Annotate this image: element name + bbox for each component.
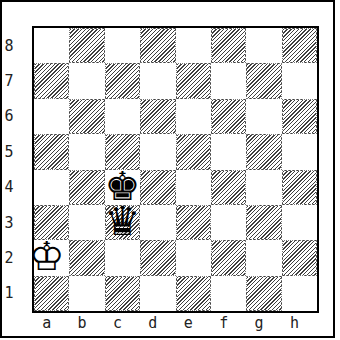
square-d1[interactable] [140, 276, 175, 311]
square-h8[interactable] [282, 28, 317, 63]
rank-label-4: 4 [2, 170, 16, 205]
square-h3[interactable] [282, 205, 317, 240]
file-label-d: d [135, 315, 170, 331]
file-label-a: a [29, 315, 64, 331]
square-a8[interactable] [34, 28, 69, 63]
square-e2[interactable] [176, 240, 211, 275]
file-label-f: f [206, 315, 241, 331]
square-a5[interactable] [34, 134, 69, 169]
square-c1[interactable] [105, 276, 140, 311]
square-b2[interactable] [69, 240, 104, 275]
square-g2[interactable] [246, 240, 281, 275]
square-c3[interactable]: ♛ [105, 205, 140, 240]
file-labels: abcdefgh [29, 315, 312, 331]
square-c7[interactable] [105, 63, 140, 98]
square-h6[interactable] [282, 99, 317, 134]
square-b4[interactable] [69, 170, 104, 205]
square-d3[interactable] [140, 205, 175, 240]
square-f5[interactable] [211, 134, 246, 169]
square-a2[interactable]: ♔ [34, 240, 69, 275]
square-e7[interactable] [176, 63, 211, 98]
square-f3[interactable] [211, 205, 246, 240]
square-a4[interactable] [34, 170, 69, 205]
file-label-h: h [277, 315, 312, 331]
square-g1[interactable] [246, 276, 281, 311]
square-b5[interactable] [69, 134, 104, 169]
square-g6[interactable] [246, 99, 281, 134]
square-f8[interactable] [211, 28, 246, 63]
square-d4[interactable] [140, 170, 175, 205]
square-a1[interactable] [34, 276, 69, 311]
square-e8[interactable] [176, 28, 211, 63]
square-e3[interactable] [176, 205, 211, 240]
square-d7[interactable] [140, 63, 175, 98]
square-g3[interactable] [246, 205, 281, 240]
square-b1[interactable] [69, 276, 104, 311]
square-a6[interactable] [34, 99, 69, 134]
black-queen[interactable]: ♛ [105, 204, 141, 239]
square-e4[interactable] [176, 170, 211, 205]
square-d6[interactable] [140, 99, 175, 134]
square-d2[interactable] [140, 240, 175, 275]
square-e1[interactable] [176, 276, 211, 311]
rank-label-8: 8 [2, 28, 16, 63]
square-c8[interactable] [105, 28, 140, 63]
square-f7[interactable] [211, 63, 246, 98]
white-king[interactable]: ♔ [29, 239, 65, 274]
chess-board: ♚♛♔ [32, 26, 319, 313]
square-b6[interactable] [69, 99, 104, 134]
square-h5[interactable] [282, 134, 317, 169]
rank-label-5: 5 [2, 134, 16, 169]
square-b7[interactable] [69, 63, 104, 98]
square-e6[interactable] [176, 99, 211, 134]
square-h7[interactable] [282, 63, 317, 98]
square-c6[interactable] [105, 99, 140, 134]
square-d8[interactable] [140, 28, 175, 63]
square-h4[interactable] [282, 170, 317, 205]
square-f6[interactable] [211, 99, 246, 134]
square-h2[interactable] [282, 240, 317, 275]
rank-label-7: 7 [2, 63, 16, 98]
square-h1[interactable] [282, 276, 317, 311]
rank-label-2: 2 [2, 240, 16, 275]
square-b8[interactable] [69, 28, 104, 63]
file-label-b: b [64, 315, 99, 331]
square-f4[interactable] [211, 170, 246, 205]
square-f1[interactable] [211, 276, 246, 311]
square-g5[interactable] [246, 134, 281, 169]
file-label-g: g [241, 315, 276, 331]
rank-label-6: 6 [2, 99, 16, 134]
rank-label-1: 1 [2, 276, 16, 311]
square-a7[interactable] [34, 63, 69, 98]
rank-labels: 87654321 [2, 28, 16, 311]
square-g7[interactable] [246, 63, 281, 98]
file-label-e: e [171, 315, 206, 331]
square-d5[interactable] [140, 134, 175, 169]
square-c2[interactable] [105, 240, 140, 275]
chess-diagram: 87654321 ♚♛♔ abcdefgh [0, 0, 340, 340]
square-b3[interactable] [69, 205, 104, 240]
file-label-c: c [100, 315, 135, 331]
square-g4[interactable] [246, 170, 281, 205]
rank-label-3: 3 [2, 205, 16, 240]
square-f2[interactable] [211, 240, 246, 275]
square-g8[interactable] [246, 28, 281, 63]
square-e5[interactable] [176, 134, 211, 169]
